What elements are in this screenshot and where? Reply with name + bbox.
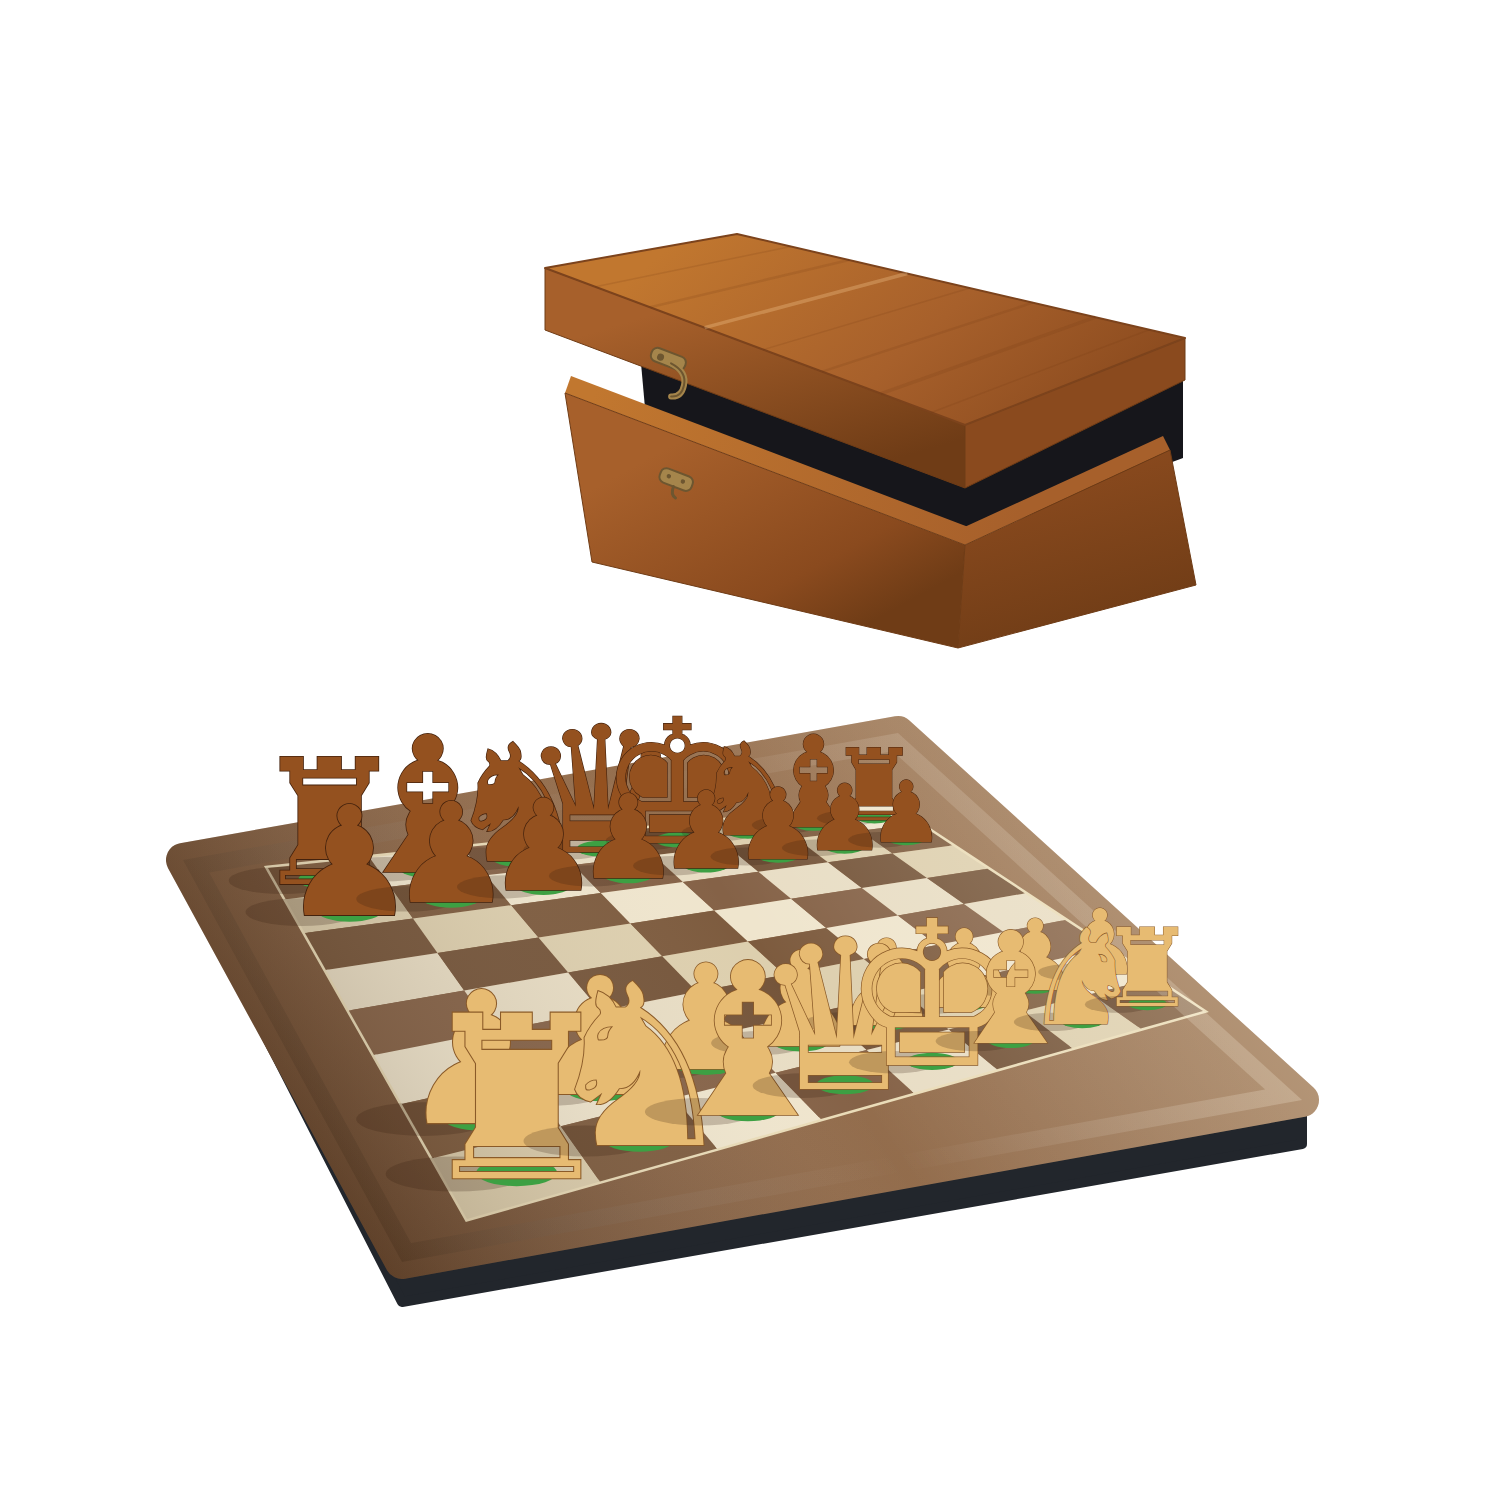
piece-glyph: ♟ — [868, 763, 944, 862]
product-photo: ♜♝♞♛♚♞♝♜♟♟♟♟♟♟♟♟♟♟♟♟♟♟♟♟♜♞♝♛♚♝♞♜ — [0, 0, 1500, 1500]
piece-light-rook-h1: ♜ — [1085, 905, 1196, 1032]
piece-glyph: ♜ — [1099, 905, 1196, 1032]
scene-canvas: ♜♝♞♛♚♞♝♜♟♟♟♟♟♟♟♟♟♟♟♟♟♟♟♟♜♞♝♛♚♝♞♜ — [0, 0, 1500, 1500]
